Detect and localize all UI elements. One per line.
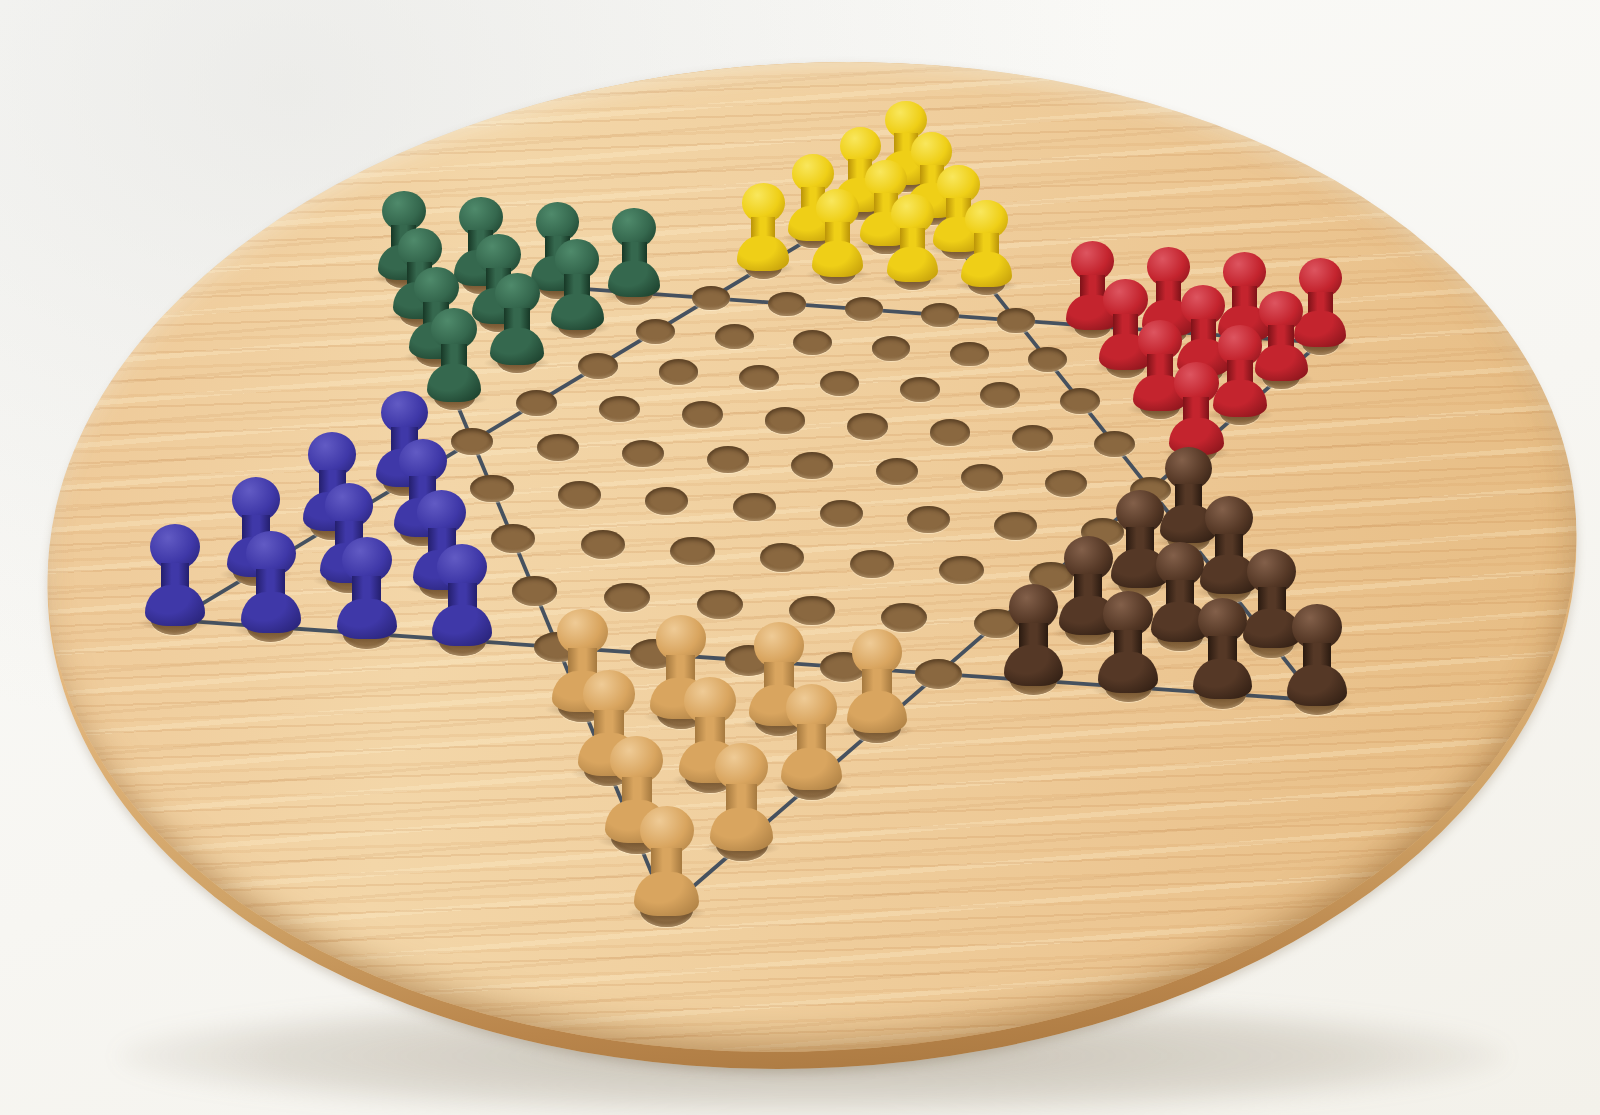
board-hole[interactable] bbox=[512, 576, 558, 606]
peg-dark-brown[interactable] bbox=[1002, 584, 1064, 686]
board-hole[interactable] bbox=[578, 353, 618, 379]
peg-green[interactable] bbox=[425, 308, 482, 402]
board-hole[interactable] bbox=[915, 659, 962, 689]
board-hole[interactable] bbox=[850, 550, 894, 579]
peg-yellow[interactable] bbox=[960, 200, 1014, 288]
board-hole[interactable] bbox=[881, 603, 927, 632]
board-hole[interactable] bbox=[516, 390, 557, 416]
peg-blue[interactable] bbox=[144, 524, 206, 626]
board-hole[interactable] bbox=[900, 377, 940, 403]
peg-yellow[interactable] bbox=[736, 183, 790, 271]
peg-blue[interactable] bbox=[240, 531, 302, 633]
peg-base bbox=[551, 294, 604, 330]
board-hole[interactable] bbox=[707, 446, 749, 473]
board-hole[interactable] bbox=[939, 556, 983, 585]
peg-base bbox=[710, 808, 773, 851]
board-hole[interactable] bbox=[733, 493, 776, 521]
board-hole[interactable] bbox=[670, 537, 715, 566]
peg-base bbox=[961, 252, 1013, 287]
board-hole[interactable] bbox=[645, 487, 688, 515]
peg-base bbox=[432, 605, 492, 646]
board-hole[interactable] bbox=[872, 336, 911, 361]
peg-green[interactable] bbox=[550, 239, 605, 330]
board-hole[interactable] bbox=[470, 475, 513, 503]
peg-base bbox=[847, 691, 908, 732]
board-hole[interactable] bbox=[622, 440, 664, 467]
board-hole[interactable] bbox=[682, 401, 723, 427]
peg-base bbox=[241, 592, 301, 633]
board-hole[interactable] bbox=[907, 506, 950, 534]
board-hole[interactable] bbox=[994, 512, 1037, 540]
board-hole[interactable] bbox=[980, 382, 1020, 408]
peg-base bbox=[887, 247, 939, 282]
board-hole[interactable] bbox=[581, 530, 626, 559]
peg-base bbox=[490, 328, 544, 365]
peg-blue[interactable] bbox=[431, 544, 493, 646]
board-hole[interactable] bbox=[768, 292, 806, 316]
peg-base bbox=[608, 261, 660, 297]
board-hole[interactable] bbox=[921, 303, 959, 327]
peg-yellow[interactable] bbox=[886, 194, 940, 282]
board-hole[interactable] bbox=[1012, 425, 1053, 451]
peg-dark-brown[interactable] bbox=[1192, 598, 1254, 700]
peg-dark-brown[interactable] bbox=[1286, 604, 1348, 706]
board-hole[interactable] bbox=[820, 500, 863, 528]
peg-base bbox=[634, 872, 699, 916]
board-hole[interactable] bbox=[847, 413, 888, 439]
photo-backdrop: Round wooden Chinese checkers board with… bbox=[0, 0, 1600, 1115]
peg-natural-tan[interactable] bbox=[845, 629, 908, 733]
peg-green[interactable] bbox=[607, 208, 662, 297]
peg-blue[interactable] bbox=[336, 537, 398, 639]
board-hole[interactable] bbox=[636, 319, 675, 344]
peg-base bbox=[337, 599, 397, 640]
board-hole[interactable] bbox=[760, 543, 804, 572]
peg-natural-tan[interactable] bbox=[779, 684, 844, 790]
peg-red[interactable] bbox=[1168, 362, 1225, 455]
peg-base bbox=[1193, 659, 1253, 700]
peg-base bbox=[1098, 652, 1158, 693]
board-hole[interactable] bbox=[1060, 388, 1100, 414]
board-hole[interactable] bbox=[491, 524, 536, 553]
board-hole[interactable] bbox=[997, 308, 1035, 332]
board-hole[interactable] bbox=[599, 396, 640, 422]
peg-base bbox=[427, 364, 482, 401]
peg-base bbox=[812, 241, 864, 276]
board-hole[interactable] bbox=[765, 407, 806, 433]
peg-base bbox=[737, 236, 789, 271]
board-hole[interactable] bbox=[845, 297, 883, 321]
peg-base bbox=[1287, 665, 1347, 706]
board-hole[interactable] bbox=[1028, 347, 1067, 372]
board-hole[interactable] bbox=[1094, 431, 1135, 457]
peg-base bbox=[145, 585, 205, 626]
peg-natural-tan[interactable] bbox=[633, 806, 700, 916]
board-hole[interactable] bbox=[793, 330, 832, 355]
board-hole[interactable] bbox=[930, 419, 971, 445]
board-hole[interactable] bbox=[558, 481, 601, 509]
peg-green[interactable] bbox=[489, 273, 545, 365]
board-hole[interactable] bbox=[961, 464, 1003, 491]
board-hole[interactable] bbox=[789, 596, 835, 625]
peg-dark-brown[interactable] bbox=[1097, 591, 1159, 693]
board-hole[interactable] bbox=[950, 342, 989, 367]
board-hole[interactable] bbox=[659, 359, 699, 385]
board-hole[interactable] bbox=[692, 286, 730, 310]
board-hole[interactable] bbox=[537, 434, 579, 461]
board-hole[interactable] bbox=[451, 428, 493, 455]
peg-yellow[interactable] bbox=[811, 189, 865, 277]
peg-natural-tan[interactable] bbox=[709, 743, 775, 851]
peg-base bbox=[1004, 645, 1064, 686]
peg-base bbox=[781, 748, 843, 790]
